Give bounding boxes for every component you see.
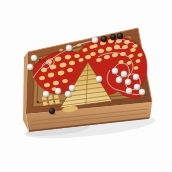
white-marble[interactable] <box>69 85 75 91</box>
game-photo-scene <box>0 0 172 172</box>
white-marble[interactable] <box>27 64 33 70</box>
white-marble[interactable] <box>112 68 118 74</box>
white-marble[interactable] <box>31 55 37 61</box>
white-marble[interactable] <box>66 45 72 51</box>
black-marble[interactable] <box>101 36 107 42</box>
black-marble[interactable] <box>110 34 116 40</box>
white-marble[interactable] <box>43 91 49 97</box>
white-marble[interactable] <box>133 74 139 80</box>
white-marble[interactable] <box>92 37 98 43</box>
board-photo <box>0 0 172 172</box>
black-marble[interactable] <box>117 33 123 39</box>
white-marble[interactable] <box>96 76 102 82</box>
white-marble[interactable] <box>126 88 132 94</box>
white-marble[interactable] <box>139 89 145 95</box>
white-marble[interactable] <box>116 77 122 83</box>
white-marble[interactable] <box>125 79 131 85</box>
black-marble[interactable] <box>49 108 55 114</box>
white-marble[interactable] <box>55 88 61 94</box>
white-marble[interactable] <box>121 71 127 77</box>
white-marble[interactable] <box>134 84 140 90</box>
white-marble[interactable] <box>65 91 71 97</box>
